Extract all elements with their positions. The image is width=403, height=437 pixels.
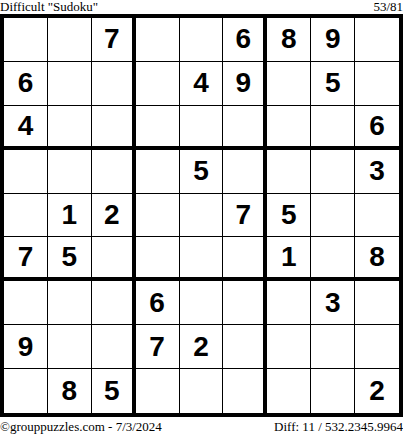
cell-r4c6-empty[interactable] bbox=[223, 150, 267, 194]
cell-r5c2-given-1[interactable]: 1 bbox=[48, 194, 92, 238]
cell-r1c1-empty[interactable] bbox=[4, 18, 48, 62]
cell-r9c5-empty[interactable] bbox=[180, 369, 224, 413]
cell-r1c2-empty[interactable] bbox=[48, 18, 92, 62]
cell-r4c7-empty[interactable] bbox=[267, 150, 311, 194]
cell-r7c5-empty[interactable] bbox=[180, 281, 224, 325]
cell-r4c9-given-3[interactable]: 3 bbox=[355, 150, 399, 194]
cell-r1c5-empty[interactable] bbox=[180, 18, 224, 62]
cell-r6c7-given-1[interactable]: 1 bbox=[267, 237, 311, 281]
cell-r2c9-empty[interactable] bbox=[355, 62, 399, 106]
cell-r6c2-given-5[interactable]: 5 bbox=[48, 237, 92, 281]
cell-r9c9-given-2[interactable]: 2 bbox=[355, 369, 399, 413]
cell-r3c9-given-6[interactable]: 6 bbox=[355, 106, 399, 150]
cell-r6c9-given-8[interactable]: 8 bbox=[355, 237, 399, 281]
cell-r9c8-empty[interactable] bbox=[311, 369, 355, 413]
cell-r4c4-empty[interactable] bbox=[136, 150, 180, 194]
cell-r5c1-empty[interactable] bbox=[4, 194, 48, 238]
cell-r4c3-empty[interactable] bbox=[92, 150, 136, 194]
cell-r5c3-given-2[interactable]: 2 bbox=[92, 194, 136, 238]
difficulty-text: Diff: 11 / 532.2345.9964 bbox=[274, 417, 403, 437]
cell-r5c6-given-7[interactable]: 7 bbox=[223, 194, 267, 238]
cell-r5c9-empty[interactable] bbox=[355, 194, 399, 238]
cell-r8c2-empty[interactable] bbox=[48, 325, 92, 369]
cell-r5c5-empty[interactable] bbox=[180, 194, 224, 238]
sudoku-board: 7689649546531275751863972852 bbox=[0, 14, 403, 417]
cell-r5c8-empty[interactable] bbox=[311, 194, 355, 238]
cell-r9c2-given-8[interactable]: 8 bbox=[48, 369, 92, 413]
cell-r4c1-empty[interactable] bbox=[4, 150, 48, 194]
cell-r7c9-empty[interactable] bbox=[355, 281, 399, 325]
cell-r1c7-given-8[interactable]: 8 bbox=[267, 18, 311, 62]
cell-r3c6-empty[interactable] bbox=[223, 106, 267, 150]
cell-r3c4-empty[interactable] bbox=[136, 106, 180, 150]
cell-r7c2-empty[interactable] bbox=[48, 281, 92, 325]
cell-r6c6-empty[interactable] bbox=[223, 237, 267, 281]
sudoku-page: Difficult "Sudoku" 53/81 768964954653127… bbox=[0, 0, 403, 437]
cell-r3c7-empty[interactable] bbox=[267, 106, 311, 150]
cell-r9c3-given-5[interactable]: 5 bbox=[92, 369, 136, 413]
cell-r4c2-empty[interactable] bbox=[48, 150, 92, 194]
cell-r6c8-empty[interactable] bbox=[311, 237, 355, 281]
cell-r2c3-empty[interactable] bbox=[92, 62, 136, 106]
cell-r4c5-given-5[interactable]: 5 bbox=[180, 150, 224, 194]
cell-r2c2-empty[interactable] bbox=[48, 62, 92, 106]
cell-r8c1-given-9[interactable]: 9 bbox=[4, 325, 48, 369]
cell-r2c8-given-5[interactable]: 5 bbox=[311, 62, 355, 106]
cell-r1c8-given-9[interactable]: 9 bbox=[311, 18, 355, 62]
cell-r7c4-given-6[interactable]: 6 bbox=[136, 281, 180, 325]
cell-r9c7-empty[interactable] bbox=[267, 369, 311, 413]
cell-r2c7-empty[interactable] bbox=[267, 62, 311, 106]
cell-r1c9-empty[interactable] bbox=[355, 18, 399, 62]
cell-r3c1-given-4[interactable]: 4 bbox=[4, 106, 48, 150]
copyright-text: ©grouppuzzles.com - 7/3/2024 bbox=[0, 417, 162, 437]
cell-r2c6-given-9[interactable]: 9 bbox=[223, 62, 267, 106]
cell-r2c1-given-6[interactable]: 6 bbox=[4, 62, 48, 106]
puzzle-title: Difficult "Sudoku" bbox=[0, 0, 98, 14]
cell-r6c5-empty[interactable] bbox=[180, 237, 224, 281]
cell-r1c4-empty[interactable] bbox=[136, 18, 180, 62]
cell-r4c8-empty[interactable] bbox=[311, 150, 355, 194]
cell-r7c1-empty[interactable] bbox=[4, 281, 48, 325]
cell-r3c5-empty[interactable] bbox=[180, 106, 224, 150]
cell-r6c4-empty[interactable] bbox=[136, 237, 180, 281]
cell-r5c4-empty[interactable] bbox=[136, 194, 180, 238]
cell-r8c6-empty[interactable] bbox=[223, 325, 267, 369]
cell-r1c6-given-6[interactable]: 6 bbox=[223, 18, 267, 62]
cell-r8c8-empty[interactable] bbox=[311, 325, 355, 369]
cell-r8c7-empty[interactable] bbox=[267, 325, 311, 369]
cell-r7c6-empty[interactable] bbox=[223, 281, 267, 325]
cell-r7c7-empty[interactable] bbox=[267, 281, 311, 325]
cell-r3c3-empty[interactable] bbox=[92, 106, 136, 150]
cell-r9c4-empty[interactable] bbox=[136, 369, 180, 413]
cell-r5c7-given-5[interactable]: 5 bbox=[267, 194, 311, 238]
cell-r7c8-given-3[interactable]: 3 bbox=[311, 281, 355, 325]
header: Difficult "Sudoku" 53/81 bbox=[0, 0, 403, 14]
footer: ©grouppuzzles.com - 7/3/2024 Diff: 11 / … bbox=[0, 417, 403, 437]
cell-r2c5-given-4[interactable]: 4 bbox=[180, 62, 224, 106]
cell-r3c8-empty[interactable] bbox=[311, 106, 355, 150]
cell-r8c9-empty[interactable] bbox=[355, 325, 399, 369]
cell-r3c2-empty[interactable] bbox=[48, 106, 92, 150]
cell-r8c4-given-7[interactable]: 7 bbox=[136, 325, 180, 369]
cell-r6c1-given-7[interactable]: 7 bbox=[4, 237, 48, 281]
cell-r8c3-empty[interactable] bbox=[92, 325, 136, 369]
cell-r9c6-empty[interactable] bbox=[223, 369, 267, 413]
cells-remaining-counter: 53/81 bbox=[373, 0, 403, 14]
cell-r8c5-given-2[interactable]: 2 bbox=[180, 325, 224, 369]
cell-r1c3-given-7[interactable]: 7 bbox=[92, 18, 136, 62]
cell-r7c3-empty[interactable] bbox=[92, 281, 136, 325]
cell-r9c1-empty[interactable] bbox=[4, 369, 48, 413]
cell-r6c3-empty[interactable] bbox=[92, 237, 136, 281]
cell-r2c4-empty[interactable] bbox=[136, 62, 180, 106]
